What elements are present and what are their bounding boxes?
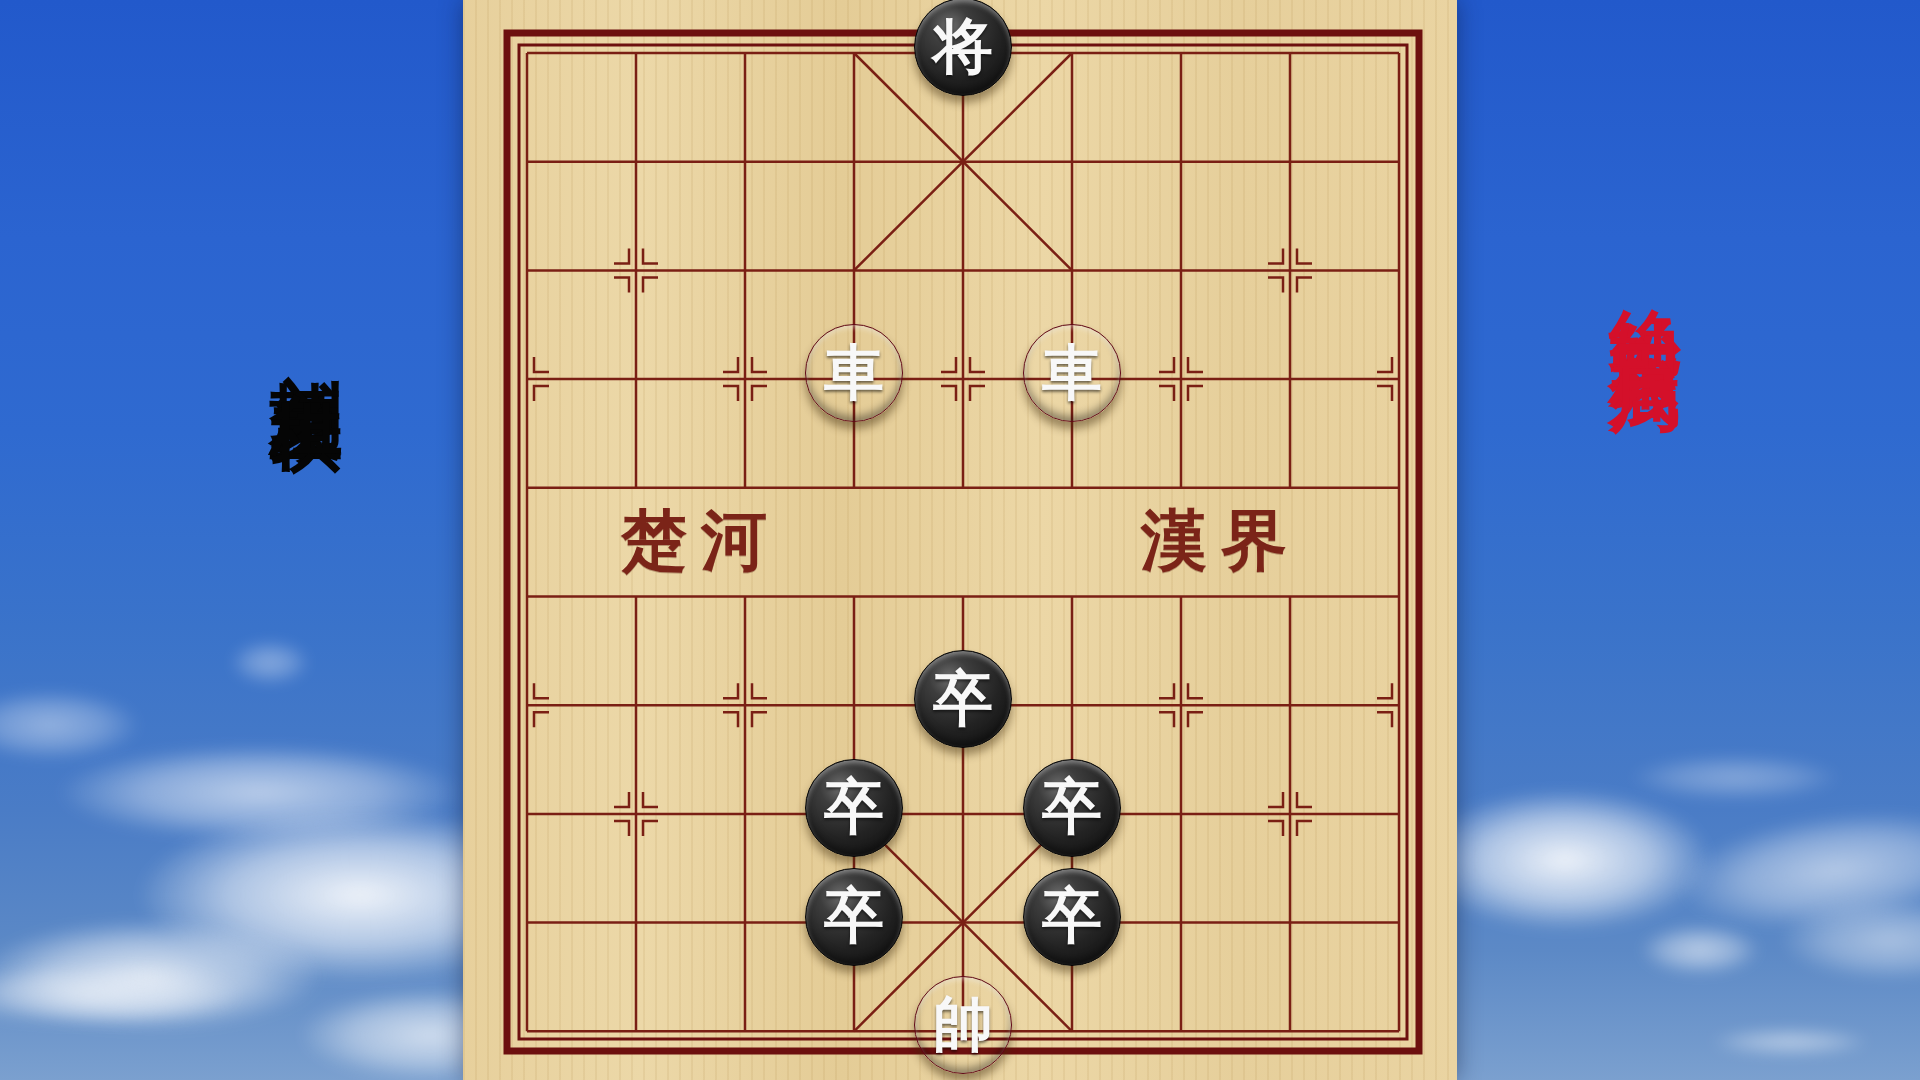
right-caption: 绝妙实用残局	[1610, 252, 1681, 324]
black-soldier[interactable]: 卒	[1023, 759, 1121, 857]
cloud	[0, 690, 140, 760]
cloud	[1710, 1028, 1870, 1056]
black-general[interactable]: 将	[914, 0, 1012, 96]
cloud	[1630, 755, 1840, 800]
piece-glyph: 卒	[824, 876, 884, 957]
black-soldier[interactable]: 卒	[1023, 868, 1121, 966]
black-soldier[interactable]: 卒	[805, 868, 903, 966]
cloud	[1420, 790, 1710, 930]
piece-glyph: 卒	[1042, 767, 1102, 848]
xiangqi-board: 楚河 漢界 将車車卒卒卒卒卒帥	[463, 0, 1457, 1080]
scene: 刘博主象棋 绝妙实用残局 楚河 漢界 将車車卒卒卒卒卒帥	[0, 0, 1920, 1080]
piece-glyph: 卒	[933, 659, 993, 740]
red-chariot[interactable]: 車	[805, 324, 903, 422]
piece-glyph: 卒	[824, 767, 884, 848]
red-chariot[interactable]: 車	[1023, 324, 1121, 422]
board-intersections: 将車車卒卒卒卒卒帥	[473, 0, 1454, 1080]
piece-glyph: 卒	[1042, 876, 1102, 957]
black-soldier[interactable]: 卒	[914, 650, 1012, 748]
piece-glyph: 将	[933, 7, 993, 88]
black-soldier[interactable]: 卒	[805, 759, 903, 857]
cloud	[230, 640, 310, 685]
cloud	[1640, 925, 1760, 975]
piece-glyph: 車	[824, 333, 884, 414]
red-general[interactable]: 帥	[914, 976, 1012, 1074]
left-caption: 刘博主象棋	[271, 314, 344, 349]
piece-glyph: 車	[1042, 333, 1102, 414]
piece-glyph: 帥	[933, 985, 993, 1066]
